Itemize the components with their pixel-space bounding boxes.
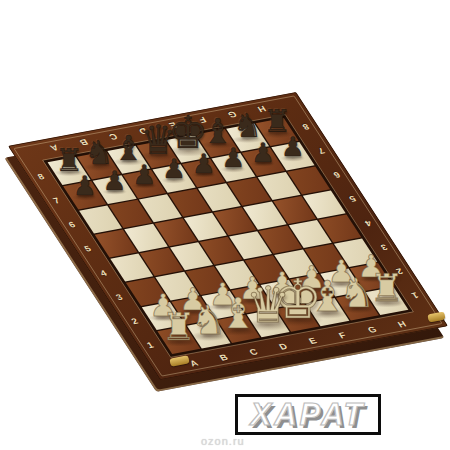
rank-label-right-5: 5 — [348, 195, 358, 204]
rank-label-right-8: 8 — [301, 122, 311, 131]
rank-label-right-4: 4 — [363, 219, 373, 228]
rank-label-right-6: 6 — [332, 171, 342, 180]
product-photo: AA88BB77CC66DD55EE44FF33GG22HH11 ♜♞♝♚♛♟♝… — [0, 0, 450, 450]
rank-label-left-8: 8 — [36, 172, 46, 181]
file-label-top-h: H — [256, 104, 268, 113]
file-label-top-b: B — [78, 138, 90, 147]
rank-label-right-3: 3 — [379, 243, 389, 252]
file-label-top-d: D — [137, 127, 149, 136]
site-watermark: ozon.ru — [201, 435, 245, 447]
rank-label-right-1: 1 — [410, 291, 420, 300]
board-squares — [43, 115, 413, 357]
file-label-bottom-b: B — [218, 353, 230, 362]
chess-board: AA88BB77CC66DD55EE44FF33GG22HH11 — [8, 92, 448, 380]
file-label-bottom-h: H — [396, 320, 408, 329]
file-label-top-e: E — [167, 121, 178, 130]
watermark-box: ХАРАТ — [235, 394, 381, 435]
rank-label-right-7: 7 — [316, 147, 326, 156]
file-label-top-f: F — [197, 116, 208, 125]
rank-label-left-2: 2 — [130, 317, 140, 326]
rank-label-right-2: 2 — [395, 267, 405, 276]
file-label-bottom-c: C — [247, 348, 259, 357]
rank-label-left-4: 4 — [98, 269, 108, 278]
file-label-bottom-e: E — [307, 336, 318, 345]
file-label-bottom-d: D — [277, 342, 289, 351]
watermark-text: ХАРАТ — [251, 397, 366, 433]
file-label-bottom-a: A — [188, 359, 200, 368]
rank-label-left-3: 3 — [114, 293, 124, 302]
board-frame: AA88BB77CC66DD55EE44FF33GG22HH11 — [8, 92, 448, 380]
rank-label-left-7: 7 — [51, 196, 61, 205]
file-label-top-c: C — [108, 132, 120, 141]
rank-label-left-6: 6 — [67, 220, 77, 229]
file-label-top-a: A — [48, 143, 60, 152]
file-label-bottom-g: G — [366, 325, 378, 334]
file-label-top-g: G — [226, 110, 238, 119]
rank-label-left-5: 5 — [83, 244, 93, 253]
file-label-bottom-f: F — [337, 331, 348, 340]
rank-label-left-1: 1 — [145, 341, 155, 350]
